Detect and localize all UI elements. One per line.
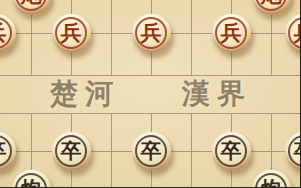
xiangqi-board[interactable]: 楚河 漢界 炮炮兵兵兵兵兵卒卒卒卒卒炮炮	[0, 0, 300, 187]
piece-black-cannon[interactable]: 炮	[12, 170, 51, 188]
piece-red-cannon[interactable]: 炮	[12, 0, 51, 15]
river-label-han-jie: 漢界	[182, 79, 252, 109]
piece-glyph: 兵	[141, 23, 162, 44]
river-label-chu-he: 楚河	[50, 79, 120, 109]
piece-glyph: 兵	[61, 23, 82, 44]
piece-glyph: 炮	[21, 179, 42, 188]
piece-black-soldier[interactable]: 卒	[0, 132, 16, 171]
file-line	[111, 0, 112, 75]
piece-glyph: 卒	[294, 141, 301, 162]
rank-line	[0, 113, 300, 114]
piece-glyph: 炮	[21, 0, 42, 6]
piece-glyph: 炮	[261, 0, 282, 6]
piece-red-soldier[interactable]: 兵	[285, 14, 301, 53]
file-line	[191, 113, 192, 187]
piece-glyph: 炮	[261, 179, 282, 188]
piece-glyph: 卒	[0, 141, 7, 162]
file-line	[111, 113, 112, 187]
piece-red-soldier[interactable]: 兵	[132, 14, 171, 53]
piece-black-soldier[interactable]: 卒	[52, 132, 91, 171]
piece-black-soldier[interactable]: 卒	[132, 132, 171, 171]
piece-red-soldier[interactable]: 兵	[52, 14, 91, 53]
piece-glyph: 卒	[221, 141, 242, 162]
piece-glyph: 兵	[0, 23, 7, 44]
piece-red-soldier[interactable]: 兵	[212, 14, 251, 53]
piece-black-cannon[interactable]: 炮	[252, 170, 291, 188]
piece-red-cannon[interactable]: 炮	[252, 0, 291, 15]
piece-glyph: 卒	[61, 141, 82, 162]
piece-black-soldier[interactable]: 卒	[285, 132, 301, 171]
piece-glyph: 兵	[221, 23, 242, 44]
piece-black-soldier[interactable]: 卒	[212, 132, 251, 171]
file-line	[191, 0, 192, 75]
piece-glyph: 卒	[141, 141, 162, 162]
rank-line	[0, 75, 300, 76]
piece-red-soldier[interactable]: 兵	[0, 14, 16, 53]
piece-glyph: 兵	[294, 23, 301, 44]
